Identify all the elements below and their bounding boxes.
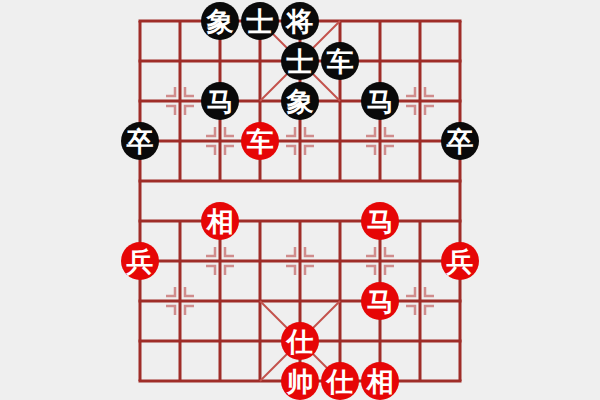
black-chariot[interactable]: 车	[321, 42, 359, 80]
black-pawn[interactable]: 卒	[121, 122, 159, 160]
black-horse[interactable]: 马	[201, 82, 239, 120]
xiangqi-board: 象士将士车马象马卒车卒相马兵兵马仕帅仕相	[0, 0, 600, 400]
black-elephant[interactable]: 象	[281, 82, 319, 120]
red-horse[interactable]: 马	[361, 202, 399, 240]
red-pawn[interactable]: 兵	[441, 242, 479, 280]
black-advisor[interactable]: 士	[281, 42, 319, 80]
black-horse[interactable]: 马	[361, 82, 399, 120]
red-chariot[interactable]: 车	[241, 122, 279, 160]
pieces-layer: 象士将士车马象马卒车卒相马兵兵马仕帅仕相	[120, 1, 480, 400]
red-advisor[interactable]: 仕	[321, 362, 359, 400]
red-elephant[interactable]: 相	[361, 362, 399, 400]
red-horse[interactable]: 马	[361, 282, 399, 320]
red-advisor[interactable]: 仕	[281, 322, 319, 360]
black-elephant[interactable]: 象	[201, 2, 239, 40]
red-pawn[interactable]: 兵	[121, 242, 159, 280]
black-pawn[interactable]: 卒	[441, 122, 479, 160]
red-elephant[interactable]: 相	[201, 202, 239, 240]
red-general[interactable]: 帅	[281, 362, 319, 400]
black-general[interactable]: 将	[281, 2, 319, 40]
black-advisor[interactable]: 士	[241, 2, 279, 40]
